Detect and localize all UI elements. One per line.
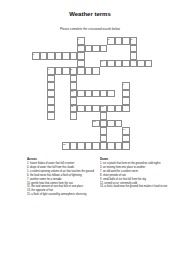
clue-number: 1	[78, 38, 79, 40]
crossword-cell[interactable]	[47, 97, 55, 105]
blank-cell	[77, 120, 85, 128]
across-clue: 15. a flash of light caused by atmospher…	[27, 193, 95, 196]
blank-cell	[92, 75, 100, 83]
crossword-cell[interactable]: 8	[70, 67, 78, 75]
blank-cell	[100, 97, 108, 105]
blank-cell	[100, 82, 108, 90]
blank-cell	[62, 75, 70, 83]
blank-cell	[130, 82, 138, 90]
crossword-cell[interactable]	[77, 60, 85, 68]
blank-cell	[85, 97, 93, 105]
blank-cell	[145, 52, 153, 60]
blank-cell	[40, 67, 48, 75]
blank-cell	[137, 82, 145, 90]
blank-cell	[107, 127, 115, 135]
clue-number: 5	[33, 53, 34, 55]
blank-cell	[107, 52, 115, 60]
blank-cell	[130, 97, 138, 105]
blank-cell	[137, 135, 145, 143]
blank-cell	[115, 52, 123, 60]
blank-cell	[85, 37, 93, 45]
blank-cell	[137, 97, 145, 105]
crossword-cell[interactable]	[40, 52, 48, 60]
crossword-cell[interactable]	[122, 37, 130, 45]
blank-cell	[70, 45, 78, 53]
blank-cell	[55, 90, 63, 98]
blank-cell	[85, 120, 93, 128]
blank-cell	[85, 127, 93, 135]
crossword-cell[interactable]	[122, 97, 130, 105]
blank-cell	[115, 82, 123, 90]
blank-cell	[40, 105, 48, 113]
blank-cell	[32, 120, 40, 128]
crossword-cell[interactable]	[47, 52, 55, 60]
across-clue: 11. the total amount of rain that falls …	[27, 185, 95, 188]
crossword-cell[interactable]	[107, 90, 115, 98]
blank-cell	[32, 135, 40, 143]
down-clue-list: 1. ice crystals that form on the ground …	[100, 162, 174, 188]
blank-cell	[40, 45, 48, 53]
blank-cell	[107, 112, 115, 120]
blank-cell	[85, 52, 93, 60]
clue-number: 3	[131, 38, 132, 40]
crossword-cell[interactable]	[122, 142, 130, 150]
blank-cell	[47, 142, 55, 150]
blank-cell	[77, 112, 85, 120]
crossword-cell[interactable]	[100, 90, 108, 98]
blank-cell	[115, 97, 123, 105]
crossword-cell[interactable]: 2	[107, 37, 115, 45]
crossword-cell[interactable]	[70, 82, 78, 90]
blank-cell	[137, 90, 145, 98]
blank-cell	[32, 82, 40, 90]
blank-cell	[55, 97, 63, 105]
blank-cell	[145, 97, 153, 105]
crossword-cell[interactable]	[62, 52, 70, 60]
blank-cell	[32, 97, 40, 105]
crossword-cell[interactable]	[100, 112, 108, 120]
blank-cell	[32, 105, 40, 113]
blank-cell	[92, 37, 100, 45]
crossword-cell[interactable]	[85, 142, 93, 150]
blank-cell	[145, 112, 153, 120]
blank-cell	[145, 37, 153, 45]
crossword-cell[interactable]	[145, 60, 153, 68]
blank-cell	[40, 37, 48, 45]
crossword-cell[interactable]	[122, 105, 130, 113]
across-header: Across	[27, 157, 95, 160]
blank-cell	[92, 97, 100, 105]
crossword-cell[interactable]	[85, 90, 93, 98]
blank-cell	[32, 142, 40, 150]
crossword-cell[interactable]	[130, 45, 138, 53]
blank-cell	[55, 45, 63, 53]
crossword-cell[interactable]: 1	[77, 37, 85, 45]
clue-number: 13	[93, 120, 95, 122]
down-clue: 8. short periods of rain	[100, 173, 174, 176]
crossword-cell[interactable]	[55, 52, 63, 60]
crossword-cell[interactable]	[70, 75, 78, 83]
blank-cell	[107, 45, 115, 53]
crossword-cell[interactable]	[77, 67, 85, 75]
clue-number: 15	[63, 143, 65, 145]
blank-cell	[137, 45, 145, 53]
blank-cell	[47, 37, 55, 45]
blank-cell	[55, 37, 63, 45]
blank-cell	[62, 120, 70, 128]
crossword-cell[interactable]	[92, 67, 100, 75]
blank-cell	[47, 127, 55, 135]
blank-cell	[32, 90, 40, 98]
blank-cell	[85, 135, 93, 143]
crossword-cell[interactable]	[100, 135, 108, 143]
blank-cell	[47, 120, 55, 128]
blank-cell	[130, 127, 138, 135]
blank-cell	[40, 127, 48, 135]
blank-cell	[145, 105, 153, 113]
blank-cell	[40, 75, 48, 83]
crossword-cell[interactable]: 14	[122, 127, 130, 135]
blank-cell	[85, 82, 93, 90]
crossword-cell[interactable]: 12	[100, 105, 108, 113]
blank-cell	[137, 105, 145, 113]
across-clue: 7. another name for a tornado	[27, 177, 95, 180]
blank-cell	[77, 135, 85, 143]
crossword-cell[interactable]	[92, 45, 100, 53]
down-clue: 14. a thick cloud near the ground that m…	[100, 185, 174, 188]
blank-cell	[55, 82, 63, 90]
blank-cell	[85, 60, 93, 68]
blank-cell	[145, 120, 153, 128]
crossword-cell[interactable]	[122, 90, 130, 98]
blank-cell	[47, 135, 55, 143]
blank-cell	[62, 90, 70, 98]
blank-cell	[40, 90, 48, 98]
crossword-cell[interactable]	[70, 142, 78, 150]
blank-cell	[62, 37, 70, 45]
crossword-cell[interactable]	[115, 120, 123, 128]
blank-cell	[77, 97, 85, 105]
blank-cell	[122, 112, 130, 120]
crossword-cell[interactable]	[77, 52, 85, 60]
blank-cell	[47, 60, 55, 68]
blank-cell	[100, 67, 108, 75]
blank-cell	[40, 135, 48, 143]
blank-cell	[70, 135, 78, 143]
across-clue: 4. drops of water that fall from the clo…	[27, 166, 95, 169]
blank-cell	[85, 75, 93, 83]
across-clue-list: 2. frozen flakes of water that fall in w…	[27, 162, 95, 196]
crossword-cell[interactable]	[100, 45, 108, 53]
blank-cell	[122, 67, 130, 75]
blank-cell	[40, 60, 48, 68]
blank-cell	[145, 67, 153, 75]
blank-cell	[55, 135, 63, 143]
blank-cell	[70, 60, 78, 68]
blank-cell	[62, 45, 70, 53]
blank-cell	[115, 112, 123, 120]
crossword-cell[interactable]	[115, 37, 123, 45]
blank-cell	[122, 75, 130, 83]
crossword-cell[interactable]	[122, 60, 130, 68]
blank-cell	[137, 67, 145, 75]
blank-cell	[130, 142, 138, 150]
blank-cell	[145, 127, 153, 135]
across-clue: 2. frozen flakes of water that fall in w…	[27, 162, 95, 165]
blank-cell	[62, 135, 70, 143]
crossword-cell[interactable]	[122, 135, 130, 143]
blank-cell	[130, 135, 138, 143]
crossword-cell[interactable]	[77, 105, 85, 113]
crossword-cell[interactable]: 15	[62, 142, 70, 150]
blank-cell	[107, 67, 115, 75]
clue-number: 12	[101, 105, 103, 107]
blank-cell	[137, 52, 145, 60]
crossword-cell[interactable]	[70, 97, 78, 105]
blank-cell	[62, 112, 70, 120]
crossword-cell[interactable]	[107, 60, 115, 68]
blank-cell	[62, 97, 70, 105]
blank-cell	[77, 75, 85, 83]
blank-cell	[62, 105, 70, 113]
blank-cell	[92, 52, 100, 60]
down-clues-section: Down 1. ice crystals that form on the gr…	[100, 157, 174, 189]
blank-cell	[137, 75, 145, 83]
crossword-cell[interactable]	[77, 90, 85, 98]
blank-cell	[40, 112, 48, 120]
down-clue: 3. air moving from one place to another	[100, 166, 174, 169]
crossword-cell[interactable]: 6	[100, 60, 108, 68]
clue-number: 4	[78, 45, 79, 47]
crossword-cell[interactable]: 3	[130, 37, 138, 45]
blank-cell	[77, 127, 85, 135]
blank-cell	[32, 37, 40, 45]
blank-cell	[40, 82, 48, 90]
blank-cell	[92, 112, 100, 120]
blank-cell	[115, 45, 123, 53]
blank-cell	[145, 135, 153, 143]
crossword-cell[interactable]	[115, 105, 123, 113]
blank-cell	[130, 75, 138, 83]
crossword-cell[interactable]	[107, 120, 115, 128]
crossword-cell[interactable]	[77, 142, 85, 150]
blank-cell	[100, 75, 108, 83]
blank-cell	[145, 82, 153, 90]
crossword-cell[interactable]	[55, 67, 63, 75]
blank-cell	[130, 112, 138, 120]
blank-cell	[130, 90, 138, 98]
clue-number: 6	[101, 60, 102, 62]
crossword-cell[interactable]	[70, 112, 78, 120]
blank-cell	[40, 120, 48, 128]
blank-cell	[122, 52, 130, 60]
blank-cell	[145, 45, 153, 53]
blank-cell	[100, 52, 108, 60]
clue-number: 8	[71, 68, 72, 70]
crossword-cell[interactable]	[85, 45, 93, 53]
crossword-cell[interactable]	[107, 105, 115, 113]
crossword-grid: 123456789101112131415	[32, 37, 152, 150]
crossword-cell[interactable]	[115, 60, 123, 68]
crossword-cell[interactable]	[92, 142, 100, 150]
blank-cell	[92, 82, 100, 90]
clue-number: 14	[123, 128, 125, 130]
blank-cell	[55, 120, 63, 128]
blank-cell	[100, 37, 108, 45]
blank-cell	[137, 37, 145, 45]
blank-cell	[40, 142, 48, 150]
blank-cell	[62, 60, 70, 68]
crossword-cell[interactable]: 13	[92, 120, 100, 128]
down-clue: 7. an old word for a violent storm	[100, 170, 174, 173]
blank-cell	[145, 142, 153, 150]
crossword-cell[interactable]: 7	[47, 67, 55, 75]
blank-cell	[62, 82, 70, 90]
crossword-cell[interactable]	[92, 105, 100, 113]
blank-cell	[107, 82, 115, 90]
clue-number: 7	[48, 68, 49, 70]
blank-cell	[77, 82, 85, 90]
clue-number: 11	[71, 105, 73, 107]
blank-cell	[115, 127, 123, 135]
crossword-cell[interactable]	[130, 52, 138, 60]
crossword-cell[interactable]	[47, 112, 55, 120]
clue-number: 10	[71, 90, 73, 92]
crossword-cell[interactable]	[137, 60, 145, 68]
across-clue: 5. a violent spinning column of air that…	[27, 170, 95, 173]
blank-cell	[137, 112, 145, 120]
crossword-cell[interactable]	[100, 120, 108, 128]
across-clue: 13. the opposite of hot	[27, 189, 95, 192]
blank-cell	[32, 127, 40, 135]
crossword-cell[interactable]	[62, 67, 70, 75]
blank-cell	[47, 45, 55, 53]
blank-cell	[107, 135, 115, 143]
crossword-cell[interactable]: 5	[32, 52, 40, 60]
across-clue: 10. gentle heat that comes from the sun	[27, 181, 95, 184]
blank-cell	[115, 135, 123, 143]
blank-cell	[85, 112, 93, 120]
across-clue: 6. the loud noise that follows a flash o…	[27, 173, 95, 176]
blank-cell	[32, 60, 40, 68]
crossword-cell[interactable]: 9	[122, 82, 130, 90]
blank-cell	[55, 127, 63, 135]
crossword-cell[interactable]	[92, 90, 100, 98]
blank-cell	[55, 75, 63, 83]
crossword-cell[interactable]: 4	[77, 45, 85, 53]
blank-cell	[55, 105, 63, 113]
crossword-cell[interactable]	[85, 67, 93, 75]
blank-cell	[40, 97, 48, 105]
blank-cell	[70, 127, 78, 135]
crossword-cell[interactable]	[47, 105, 55, 113]
blank-cell	[32, 67, 40, 75]
clue-number: 9	[123, 83, 124, 85]
down-clue: 9. small balls of ice that fall from the…	[100, 177, 174, 180]
crossword-cell[interactable]	[100, 142, 108, 150]
crossword-cell[interactable]	[107, 142, 115, 150]
blank-cell	[55, 112, 63, 120]
blank-cell	[115, 67, 123, 75]
crossword-cell[interactable]	[47, 82, 55, 90]
blank-cell	[137, 127, 145, 135]
blank-cell	[32, 112, 40, 120]
crossword-cell[interactable]	[100, 127, 108, 135]
blank-cell	[55, 142, 63, 150]
blank-cell	[92, 127, 100, 135]
blank-cell	[92, 60, 100, 68]
blank-cell	[122, 120, 130, 128]
blank-cell	[137, 120, 145, 128]
blank-cell	[137, 142, 145, 150]
blank-cell	[145, 90, 153, 98]
page-title: Weather terms	[0, 11, 180, 17]
blank-cell	[70, 37, 78, 45]
crossword-cell[interactable]	[115, 142, 123, 150]
blank-cell	[115, 75, 123, 83]
blank-cell	[32, 75, 40, 83]
blank-cell	[130, 120, 138, 128]
blank-cell	[70, 120, 78, 128]
crossword-cell[interactable]: 11	[70, 105, 78, 113]
down-clue: 12. turned to ice; extremely cold	[100, 181, 174, 184]
worksheet-page: Weather terms Please complete the crossw…	[0, 0, 180, 256]
blank-cell	[130, 105, 138, 113]
blank-cell	[92, 135, 100, 143]
blank-cell	[107, 97, 115, 105]
clue-number: 2	[108, 38, 109, 40]
blank-cell	[122, 45, 130, 53]
blank-cell	[62, 127, 70, 135]
crossword-cell[interactable]	[47, 75, 55, 83]
down-clue: 1. ice crystals that form on the ground …	[100, 162, 174, 165]
down-header: Down	[100, 157, 174, 160]
blank-cell	[55, 60, 63, 68]
blank-cell	[130, 67, 138, 75]
blank-cell	[145, 75, 153, 83]
page-subtitle: Please complete the crossword puzzle bel…	[60, 27, 120, 30]
across-clues-section: Across 2. frozen flakes of water that fa…	[27, 157, 95, 196]
crossword-cell[interactable]	[85, 105, 93, 113]
blank-cell	[32, 45, 40, 53]
blank-cell	[107, 75, 115, 83]
blank-cell	[115, 90, 123, 98]
crossword-cell[interactable]	[130, 60, 138, 68]
crossword-cell[interactable]	[70, 52, 78, 60]
crossword-cell[interactable]: 10	[70, 90, 78, 98]
crossword-cell[interactable]	[47, 90, 55, 98]
